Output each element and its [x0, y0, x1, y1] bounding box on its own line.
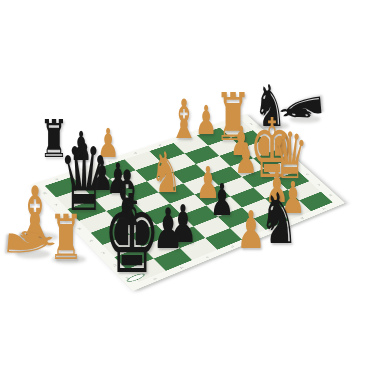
coord-label: 1	[249, 123, 254, 126]
coord-label: 2	[112, 264, 118, 268]
coord-label: 4	[282, 153, 287, 156]
chess-set-photo: abcdefgh abcdefgh 87654321 12345678 ♟♝♟♜…	[0, 0, 375, 375]
coord-label: g	[299, 216, 304, 219]
coord-label: 6	[305, 173, 310, 176]
chessboard: abcdefgh abcdefgh 87654321 12345678	[30, 114, 345, 291]
coord-label: a	[152, 277, 157, 281]
piece-offboard-white-knight-lying: ♞	[0, 222, 63, 263]
coord-label: e	[254, 235, 259, 238]
piece-black-rook-a8: ♜	[40, 113, 69, 165]
board-squares	[45, 120, 333, 282]
offboard-white-knight-lying-shadow	[15, 250, 50, 259]
coord-label: c	[205, 255, 210, 258]
coord-label: f	[182, 136, 186, 138]
coord-label: b	[179, 266, 184, 270]
coord-label: 7	[54, 203, 59, 206]
coord-label: h	[322, 207, 327, 210]
coord-label: 2	[260, 132, 265, 135]
offboard-black-knight-lying-shadow	[290, 115, 321, 123]
coord-label: f	[278, 226, 282, 229]
coord-label: 4	[89, 239, 95, 243]
piece-offboard-black-knight-lying: ♞	[273, 90, 331, 126]
coord-label: 3	[100, 251, 106, 255]
coord-label: 5	[77, 227, 83, 230]
coord-label: 5	[294, 163, 299, 166]
offboard-white-bishop-shadow	[18, 232, 58, 242]
coord-label: d	[230, 245, 235, 248]
coord-label: 7	[317, 183, 322, 186]
piece-black-pawn-b8: ♟	[70, 126, 92, 166]
offboard-white-rook-shadow	[52, 255, 86, 264]
coord-label: 6	[65, 215, 71, 218]
coord-label: 3	[271, 142, 276, 145]
coord-label: 8	[328, 194, 333, 197]
coord-label: 8	[42, 192, 47, 195]
